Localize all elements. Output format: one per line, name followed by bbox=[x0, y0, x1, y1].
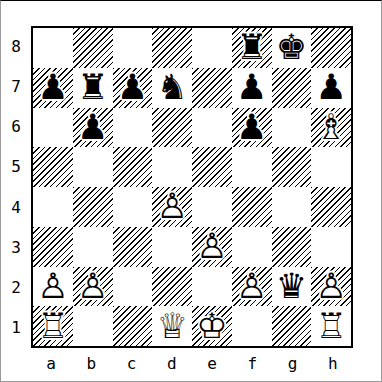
file-label-b: b bbox=[71, 348, 111, 378]
square-a6[interactable] bbox=[33, 108, 73, 148]
file-label-h: h bbox=[313, 348, 353, 378]
square-h5[interactable] bbox=[311, 147, 351, 187]
file-label-c: c bbox=[112, 348, 152, 378]
square-e5[interactable] bbox=[192, 147, 232, 187]
square-f8[interactable]: ♜♜ bbox=[232, 28, 272, 68]
square-f3[interactable] bbox=[232, 227, 272, 267]
square-g4[interactable] bbox=[272, 187, 312, 227]
rank-label-1: 1 bbox=[1, 308, 31, 348]
piece-bP-c7[interactable]: ♟ bbox=[113, 68, 153, 108]
piece-wQ-d1[interactable]: ♕ bbox=[152, 306, 192, 346]
square-a3[interactable] bbox=[33, 227, 73, 267]
square-a7[interactable]: ♟♟ bbox=[33, 68, 73, 108]
square-e7[interactable] bbox=[192, 68, 232, 108]
rank-label-8: 8 bbox=[1, 26, 31, 66]
square-c6[interactable] bbox=[113, 108, 153, 148]
piece-bN-d7[interactable]: ♞ bbox=[152, 68, 192, 108]
square-b4[interactable] bbox=[73, 187, 113, 227]
piece-wP-d4[interactable]: ♙ bbox=[152, 187, 192, 227]
square-g8[interactable]: ♚♚ bbox=[272, 28, 312, 68]
piece-bP-b6[interactable]: ♟ bbox=[73, 108, 113, 148]
rank-label-3: 3 bbox=[1, 227, 31, 267]
rank-label-4: 4 bbox=[1, 187, 31, 227]
piece-bP-a7[interactable]: ♟ bbox=[33, 68, 73, 108]
file-labels: abcdefgh bbox=[31, 348, 353, 378]
square-d5[interactable] bbox=[152, 147, 192, 187]
square-g7[interactable] bbox=[272, 68, 312, 108]
piece-bR-f8[interactable]: ♜ bbox=[232, 28, 272, 68]
square-g2[interactable]: ♛♛ bbox=[272, 267, 312, 307]
piece-bP-f7[interactable]: ♟ bbox=[232, 68, 272, 108]
piece-bR-b7[interactable]: ♜ bbox=[73, 68, 113, 108]
square-e2[interactable] bbox=[192, 267, 232, 307]
square-f1[interactable] bbox=[232, 306, 272, 346]
square-d1[interactable]: ♛♕ bbox=[152, 306, 192, 346]
square-f4[interactable] bbox=[232, 187, 272, 227]
chess-diagram-page: 87654321 ♜♜♚♚♟♟♜♜♟♟♞♞♟♟♟♟♟♟♟♟♝♗♟♙♟♙♟♙♟♙♟… bbox=[0, 0, 382, 382]
square-b3[interactable] bbox=[73, 227, 113, 267]
square-d4[interactable]: ♟♙ bbox=[152, 187, 192, 227]
square-c4[interactable] bbox=[113, 187, 153, 227]
square-d6[interactable] bbox=[152, 108, 192, 148]
square-f7[interactable]: ♟♟ bbox=[232, 68, 272, 108]
square-h4[interactable] bbox=[311, 187, 351, 227]
piece-wB-h6[interactable]: ♗ bbox=[311, 108, 351, 148]
square-g1[interactable] bbox=[272, 306, 312, 346]
rank-label-5: 5 bbox=[1, 147, 31, 187]
square-b2[interactable]: ♟♙ bbox=[73, 267, 113, 307]
piece-wR-h1[interactable]: ♖ bbox=[311, 306, 351, 346]
square-h1[interactable]: ♜♖ bbox=[311, 306, 351, 346]
square-b1[interactable] bbox=[73, 306, 113, 346]
chess-board[interactable]: ♜♜♚♚♟♟♜♜♟♟♞♞♟♟♟♟♟♟♟♟♝♗♟♙♟♙♟♙♟♙♟♙♛♛♟♙♜♖♛♕… bbox=[31, 26, 353, 348]
file-label-f: f bbox=[232, 348, 272, 378]
square-h2[interactable]: ♟♙ bbox=[311, 267, 351, 307]
square-e6[interactable] bbox=[192, 108, 232, 148]
square-c1[interactable] bbox=[113, 306, 153, 346]
piece-wP-h2[interactable]: ♙ bbox=[311, 267, 351, 307]
square-a5[interactable] bbox=[33, 147, 73, 187]
square-a4[interactable] bbox=[33, 187, 73, 227]
square-b8[interactable] bbox=[73, 28, 113, 68]
square-a2[interactable]: ♟♙ bbox=[33, 267, 73, 307]
square-h6[interactable]: ♝♗ bbox=[311, 108, 351, 148]
square-c5[interactable] bbox=[113, 147, 153, 187]
file-label-a: a bbox=[31, 348, 71, 378]
file-label-e: e bbox=[192, 348, 232, 378]
square-e1[interactable]: ♚♔ bbox=[192, 306, 232, 346]
square-g5[interactable] bbox=[272, 147, 312, 187]
file-label-d: d bbox=[152, 348, 192, 378]
square-d3[interactable] bbox=[152, 227, 192, 267]
piece-wP-a2[interactable]: ♙ bbox=[33, 267, 73, 307]
square-h3[interactable] bbox=[311, 227, 351, 267]
piece-bP-h7[interactable]: ♟ bbox=[311, 68, 351, 108]
square-c7[interactable]: ♟♟ bbox=[113, 68, 153, 108]
square-g6[interactable] bbox=[272, 108, 312, 148]
rank-labels: 87654321 bbox=[1, 26, 31, 348]
square-c3[interactable] bbox=[113, 227, 153, 267]
square-d2[interactable] bbox=[152, 267, 192, 307]
piece-wP-e3[interactable]: ♙ bbox=[192, 227, 232, 267]
piece-bK-g8[interactable]: ♚ bbox=[272, 28, 312, 68]
piece-wR-a1[interactable]: ♖ bbox=[33, 306, 73, 346]
square-c2[interactable] bbox=[113, 267, 153, 307]
square-b6[interactable]: ♟♟ bbox=[73, 108, 113, 148]
piece-bQ-g2[interactable]: ♛ bbox=[272, 267, 312, 307]
square-e8[interactable] bbox=[192, 28, 232, 68]
piece-wP-b2[interactable]: ♙ bbox=[73, 267, 113, 307]
square-e4[interactable] bbox=[192, 187, 232, 227]
piece-wP-f2[interactable]: ♙ bbox=[232, 267, 272, 307]
square-h7[interactable]: ♟♟ bbox=[311, 68, 351, 108]
square-a8[interactable] bbox=[33, 28, 73, 68]
square-e3[interactable]: ♟♙ bbox=[192, 227, 232, 267]
square-h8[interactable] bbox=[311, 28, 351, 68]
rank-label-2: 2 bbox=[1, 268, 31, 308]
square-a1[interactable]: ♜♖ bbox=[33, 306, 73, 346]
rank-label-7: 7 bbox=[1, 66, 31, 106]
square-d8[interactable] bbox=[152, 28, 192, 68]
piece-bP-f6[interactable]: ♟ bbox=[232, 108, 272, 148]
file-label-g: g bbox=[273, 348, 313, 378]
square-f5[interactable] bbox=[232, 147, 272, 187]
square-f2[interactable]: ♟♙ bbox=[232, 267, 272, 307]
square-g3[interactable] bbox=[272, 227, 312, 267]
square-b7[interactable]: ♜♜ bbox=[73, 68, 113, 108]
square-b5[interactable] bbox=[73, 147, 113, 187]
piece-wK-e1[interactable]: ♔ bbox=[192, 306, 232, 346]
square-c8[interactable] bbox=[113, 28, 153, 68]
square-d7[interactable]: ♞♞ bbox=[152, 68, 192, 108]
square-f6[interactable]: ♟♟ bbox=[232, 108, 272, 148]
rank-label-6: 6 bbox=[1, 107, 31, 147]
